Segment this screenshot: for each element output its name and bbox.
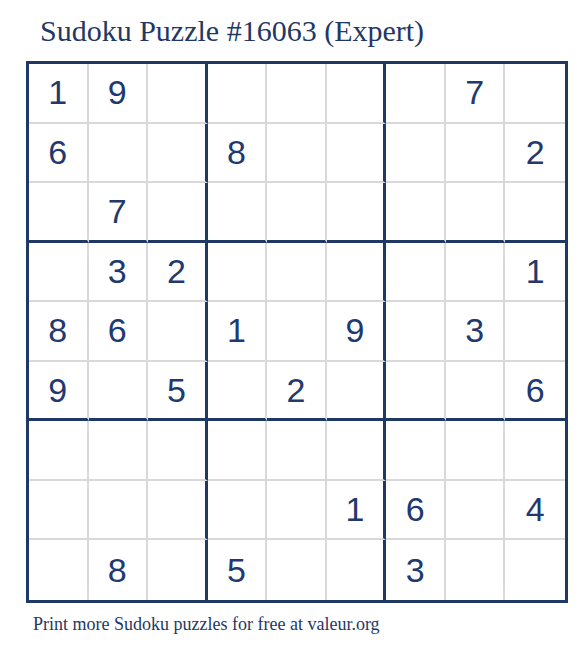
cell-r7c1[interactable] [29,421,89,481]
cell-r6c1[interactable]: 9 [29,362,89,422]
cell-r2c8[interactable] [446,124,506,184]
cell-r6c3[interactable]: 5 [148,362,208,422]
cell-r4c2[interactable]: 3 [89,243,149,303]
cell-r5c9[interactable] [505,302,565,362]
cell-r8c2[interactable] [89,481,149,541]
cell-r1c2[interactable]: 9 [89,64,149,124]
cell-r5c5[interactable] [267,302,327,362]
cell-r7c9[interactable] [505,421,565,481]
cell-r7c8[interactable] [446,421,506,481]
cell-r2c6[interactable] [327,124,387,184]
footer-text: Print more Sudoku puzzles for free at va… [33,614,380,635]
cell-r6c8[interactable] [446,362,506,422]
cell-r7c5[interactable] [267,421,327,481]
cell-r1c1[interactable]: 1 [29,64,89,124]
cell-r6c7[interactable] [386,362,446,422]
cell-r5c8[interactable]: 3 [446,302,506,362]
cell-r8c7[interactable]: 6 [386,481,446,541]
cell-r4c1[interactable] [29,243,89,303]
cell-r4c4[interactable] [208,243,268,303]
cell-r1c5[interactable] [267,64,327,124]
cell-r3c7[interactable] [386,183,446,243]
cell-r9c9[interactable] [505,540,565,600]
cell-r9c4[interactable]: 5 [208,540,268,600]
cell-r6c2[interactable] [89,362,149,422]
cell-r9c8[interactable] [446,540,506,600]
cell-r7c4[interactable] [208,421,268,481]
cell-r2c7[interactable] [386,124,446,184]
cell-r8c4[interactable] [208,481,268,541]
cell-r1c8[interactable]: 7 [446,64,506,124]
cell-r7c2[interactable] [89,421,149,481]
cell-r7c3[interactable] [148,421,208,481]
cell-r2c1[interactable]: 6 [29,124,89,184]
cell-r2c9[interactable]: 2 [505,124,565,184]
cell-r1c6[interactable] [327,64,387,124]
cell-r2c2[interactable] [89,124,149,184]
cell-r4c6[interactable] [327,243,387,303]
cell-r6c6[interactable] [327,362,387,422]
cell-r1c7[interactable] [386,64,446,124]
cell-r9c7[interactable]: 3 [386,540,446,600]
cell-r6c5[interactable]: 2 [267,362,327,422]
cell-r4c8[interactable] [446,243,506,303]
cell-r8c1[interactable] [29,481,89,541]
cell-r7c7[interactable] [386,421,446,481]
cell-r8c8[interactable] [446,481,506,541]
cell-r4c3[interactable]: 2 [148,243,208,303]
puzzle-title: Sudoku Puzzle #16063 (Expert) [40,14,424,49]
cell-r3c2[interactable]: 7 [89,183,149,243]
cell-r9c5[interactable] [267,540,327,600]
sudoku-grid: 1976827321861939526164853 [26,61,568,603]
cell-r9c6[interactable] [327,540,387,600]
cell-r1c3[interactable] [148,64,208,124]
cell-r7c6[interactable] [327,421,387,481]
cell-r9c2[interactable]: 8 [89,540,149,600]
cell-r5c7[interactable] [386,302,446,362]
cell-r9c3[interactable] [148,540,208,600]
cell-r8c6[interactable]: 1 [327,481,387,541]
cell-r5c6[interactable]: 9 [327,302,387,362]
cell-r5c1[interactable]: 8 [29,302,89,362]
cell-r3c3[interactable] [148,183,208,243]
cell-r3c8[interactable] [446,183,506,243]
cell-r5c3[interactable] [148,302,208,362]
cell-r3c1[interactable] [29,183,89,243]
cell-r5c2[interactable]: 6 [89,302,149,362]
cell-r3c4[interactable] [208,183,268,243]
cell-r2c4[interactable]: 8 [208,124,268,184]
sudoku-page: Sudoku Puzzle #16063 (Expert) 1976827321… [0,0,580,651]
cell-r3c5[interactable] [267,183,327,243]
cell-r9c1[interactable] [29,540,89,600]
cell-r4c5[interactable] [267,243,327,303]
cell-r1c9[interactable] [505,64,565,124]
cell-r3c9[interactable] [505,183,565,243]
cell-r4c9[interactable]: 1 [505,243,565,303]
cell-r2c5[interactable] [267,124,327,184]
cell-r5c4[interactable]: 1 [208,302,268,362]
cell-r3c6[interactable] [327,183,387,243]
cell-r8c3[interactable] [148,481,208,541]
cell-r4c7[interactable] [386,243,446,303]
cell-r8c9[interactable]: 4 [505,481,565,541]
cell-r6c4[interactable] [208,362,268,422]
cell-r6c9[interactable]: 6 [505,362,565,422]
cell-r8c5[interactable] [267,481,327,541]
cell-r2c3[interactable] [148,124,208,184]
cell-r1c4[interactable] [208,64,268,124]
